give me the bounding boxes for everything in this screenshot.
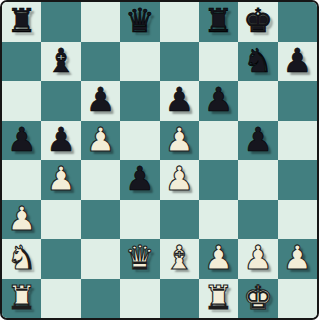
piece-white-pawn[interactable]: ♟ bbox=[164, 123, 194, 156]
square-f1[interactable]: ♜ bbox=[199, 279, 238, 319]
piece-black-bishop[interactable]: ♝ bbox=[46, 44, 76, 77]
square-c2[interactable] bbox=[81, 239, 120, 279]
square-d4[interactable]: ♟ bbox=[120, 160, 159, 200]
piece-black-pawn[interactable]: ♟ bbox=[283, 44, 313, 77]
piece-white-pawn[interactable]: ♟ bbox=[283, 241, 313, 274]
piece-white-pawn[interactable]: ♟ bbox=[164, 162, 194, 195]
square-f3[interactable] bbox=[199, 200, 238, 240]
piece-black-knight[interactable]: ♞ bbox=[243, 44, 273, 77]
piece-black-pawn[interactable]: ♟ bbox=[204, 83, 234, 116]
square-h1[interactable] bbox=[278, 279, 317, 319]
square-g4[interactable] bbox=[238, 160, 277, 200]
square-b1[interactable] bbox=[41, 279, 80, 319]
square-g8[interactable]: ♚ bbox=[238, 2, 277, 42]
square-h8[interactable] bbox=[278, 2, 317, 42]
square-c8[interactable] bbox=[81, 2, 120, 42]
square-b5[interactable]: ♟ bbox=[41, 121, 80, 161]
square-e1[interactable] bbox=[160, 279, 199, 319]
piece-black-rook[interactable]: ♜ bbox=[7, 4, 37, 37]
square-c3[interactable] bbox=[81, 200, 120, 240]
square-e3[interactable] bbox=[160, 200, 199, 240]
square-b7[interactable]: ♝ bbox=[41, 42, 80, 82]
chess-board-frame: ♜♛♜♚♝♞♟♟♟♟♟♟♟♟♟♟♟♟♟♞♛♝♟♟♟♜♜♚ bbox=[0, 0, 319, 320]
square-f5[interactable] bbox=[199, 121, 238, 161]
square-a4[interactable] bbox=[2, 160, 41, 200]
piece-white-rook[interactable]: ♜ bbox=[7, 281, 37, 314]
square-g3[interactable] bbox=[238, 200, 277, 240]
piece-black-pawn[interactable]: ♟ bbox=[125, 162, 155, 195]
square-b6[interactable] bbox=[41, 81, 80, 121]
square-d7[interactable] bbox=[120, 42, 159, 82]
square-d3[interactable] bbox=[120, 200, 159, 240]
piece-white-knight[interactable]: ♞ bbox=[7, 241, 37, 274]
square-f6[interactable]: ♟ bbox=[199, 81, 238, 121]
square-h4[interactable] bbox=[278, 160, 317, 200]
piece-black-rook[interactable]: ♜ bbox=[204, 4, 234, 37]
square-a5[interactable]: ♟ bbox=[2, 121, 41, 161]
piece-white-pawn[interactable]: ♟ bbox=[204, 241, 234, 274]
square-e8[interactable] bbox=[160, 2, 199, 42]
square-c7[interactable] bbox=[81, 42, 120, 82]
chess-board: ♜♛♜♚♝♞♟♟♟♟♟♟♟♟♟♟♟♟♟♞♛♝♟♟♟♜♜♚ bbox=[2, 2, 317, 318]
square-d5[interactable] bbox=[120, 121, 159, 161]
square-b8[interactable] bbox=[41, 2, 80, 42]
square-f4[interactable] bbox=[199, 160, 238, 200]
piece-white-pawn[interactable]: ♟ bbox=[86, 123, 116, 156]
square-d6[interactable] bbox=[120, 81, 159, 121]
square-f8[interactable]: ♜ bbox=[199, 2, 238, 42]
square-a8[interactable]: ♜ bbox=[2, 2, 41, 42]
square-g5[interactable]: ♟ bbox=[238, 121, 277, 161]
square-c6[interactable]: ♟ bbox=[81, 81, 120, 121]
square-b3[interactable] bbox=[41, 200, 80, 240]
square-b2[interactable] bbox=[41, 239, 80, 279]
square-g7[interactable]: ♞ bbox=[238, 42, 277, 82]
square-b4[interactable]: ♟ bbox=[41, 160, 80, 200]
piece-white-king[interactable]: ♚ bbox=[243, 281, 273, 314]
square-g1[interactable]: ♚ bbox=[238, 279, 277, 319]
square-h7[interactable]: ♟ bbox=[278, 42, 317, 82]
square-e5[interactable]: ♟ bbox=[160, 121, 199, 161]
square-h3[interactable] bbox=[278, 200, 317, 240]
square-c5[interactable]: ♟ bbox=[81, 121, 120, 161]
square-c4[interactable] bbox=[81, 160, 120, 200]
square-g2[interactable]: ♟ bbox=[238, 239, 277, 279]
piece-black-queen[interactable]: ♛ bbox=[125, 4, 155, 37]
square-d2[interactable]: ♛ bbox=[120, 239, 159, 279]
piece-white-queen[interactable]: ♛ bbox=[125, 241, 155, 274]
square-a2[interactable]: ♞ bbox=[2, 239, 41, 279]
square-f7[interactable] bbox=[199, 42, 238, 82]
square-a3[interactable]: ♟ bbox=[2, 200, 41, 240]
square-e7[interactable] bbox=[160, 42, 199, 82]
piece-black-pawn[interactable]: ♟ bbox=[164, 83, 194, 116]
square-h6[interactable] bbox=[278, 81, 317, 121]
piece-black-pawn[interactable]: ♟ bbox=[86, 83, 116, 116]
square-d1[interactable] bbox=[120, 279, 159, 319]
square-a6[interactable] bbox=[2, 81, 41, 121]
piece-white-pawn[interactable]: ♟ bbox=[243, 241, 273, 274]
piece-black-pawn[interactable]: ♟ bbox=[7, 123, 37, 156]
square-a1[interactable]: ♜ bbox=[2, 279, 41, 319]
square-c1[interactable] bbox=[81, 279, 120, 319]
piece-white-bishop[interactable]: ♝ bbox=[164, 241, 194, 274]
square-f2[interactable]: ♟ bbox=[199, 239, 238, 279]
piece-white-rook[interactable]: ♜ bbox=[204, 281, 234, 314]
square-e6[interactable]: ♟ bbox=[160, 81, 199, 121]
square-d8[interactable]: ♛ bbox=[120, 2, 159, 42]
square-g6[interactable] bbox=[238, 81, 277, 121]
piece-black-pawn[interactable]: ♟ bbox=[46, 123, 76, 156]
piece-white-pawn[interactable]: ♟ bbox=[46, 162, 76, 195]
square-h2[interactable]: ♟ bbox=[278, 239, 317, 279]
square-e4[interactable]: ♟ bbox=[160, 160, 199, 200]
square-a7[interactable] bbox=[2, 42, 41, 82]
piece-black-pawn[interactable]: ♟ bbox=[243, 123, 273, 156]
square-e2[interactable]: ♝ bbox=[160, 239, 199, 279]
square-h5[interactable] bbox=[278, 121, 317, 161]
piece-black-king[interactable]: ♚ bbox=[243, 4, 273, 37]
piece-white-pawn[interactable]: ♟ bbox=[7, 202, 37, 235]
